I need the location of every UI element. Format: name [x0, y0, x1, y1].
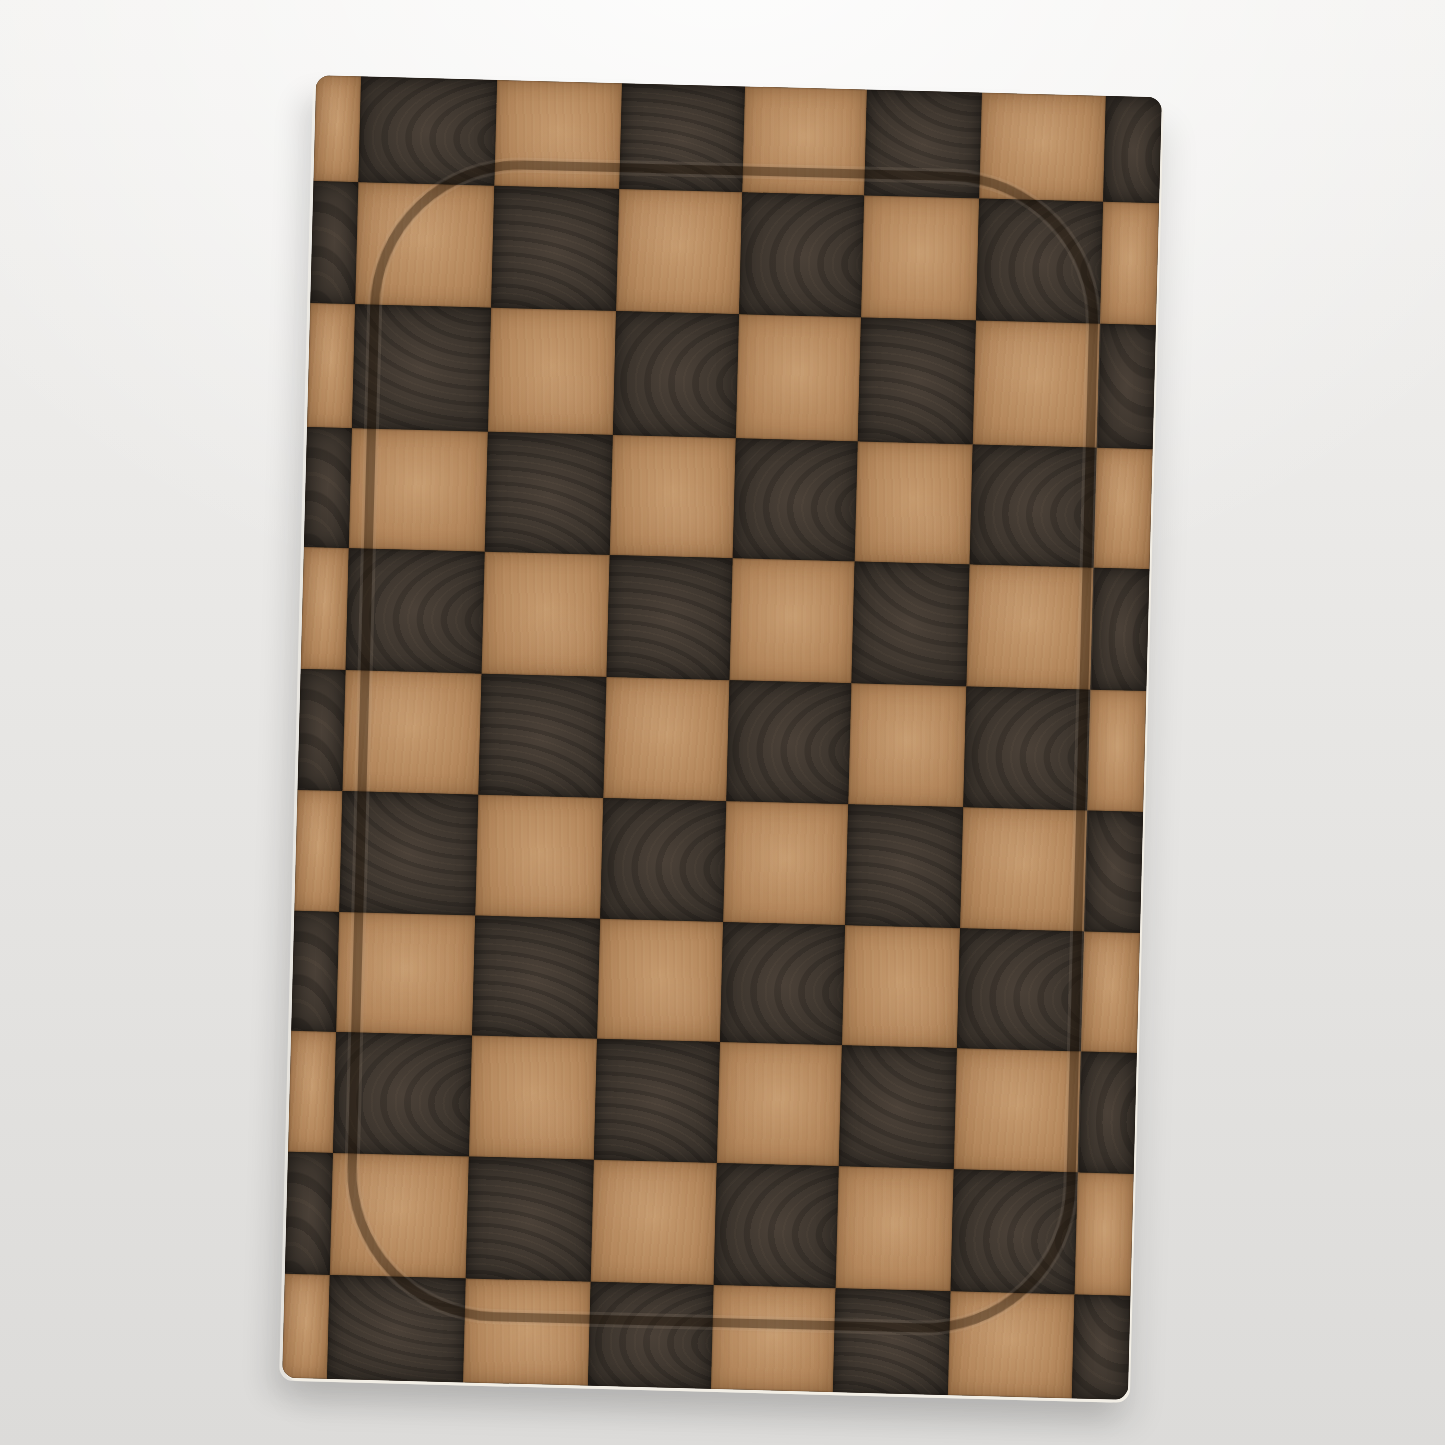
board-square [1103, 96, 1162, 203]
board-square [1081, 932, 1140, 1053]
board-square [307, 303, 355, 428]
board-square [1078, 1052, 1137, 1174]
board-square [1087, 690, 1146, 812]
board-square [294, 790, 342, 912]
board-square [301, 547, 349, 670]
board-square [291, 911, 339, 1032]
board-square [1097, 324, 1156, 449]
board-square [1090, 568, 1149, 691]
board-square [282, 1274, 330, 1379]
board-square [1084, 811, 1143, 933]
board-square [1075, 1172, 1134, 1295]
board-square [313, 75, 361, 182]
photo-background [0, 0, 1445, 1445]
board-square [297, 669, 345, 791]
board-square [1094, 448, 1153, 569]
juice-groove [344, 157, 1102, 1337]
board-square [310, 181, 358, 304]
board-square [288, 1031, 336, 1153]
cutting-board [282, 75, 1162, 1400]
board-square [285, 1152, 333, 1275]
board-square [1100, 202, 1159, 325]
board-square [1072, 1294, 1131, 1399]
board-square [304, 427, 352, 548]
